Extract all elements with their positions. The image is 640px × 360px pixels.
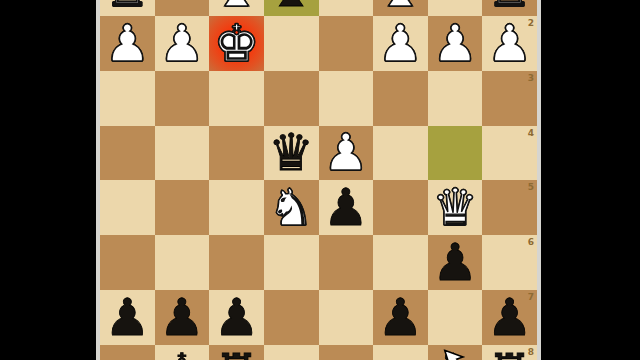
square-c6[interactable]	[373, 235, 428, 290]
square-g7[interactable]: ♟	[155, 290, 210, 345]
square-e6[interactable]	[264, 235, 319, 290]
square-h8[interactable]	[100, 345, 155, 360]
square-d2[interactable]	[319, 16, 374, 71]
left-letterbox	[0, 0, 96, 360]
white-pawn-piece: ♟	[319, 126, 374, 181]
board-frame: ♜♝♝♝♜1♟♟♚♟♟♟23♛♟4♞♟♛5♟6♟♟♟♟♟7♚♜♞♜8	[96, 0, 541, 360]
square-d3[interactable]	[319, 71, 374, 126]
white-pawn-piece: ♟	[155, 16, 210, 71]
rank-label-4: 4	[528, 128, 534, 138]
white-bishop-piece: ♝	[373, 0, 428, 16]
rank-label-8: 8	[528, 347, 534, 357]
white-pawn-piece: ♟	[100, 16, 155, 71]
white-king-piece: ♚	[209, 16, 264, 71]
black-queen-piece: ♛	[264, 126, 319, 181]
square-a2[interactable]: ♟2	[482, 16, 537, 71]
square-f5[interactable]	[209, 180, 264, 235]
square-e2[interactable]	[264, 16, 319, 71]
square-g3[interactable]	[155, 71, 210, 126]
rank-label-5: 5	[528, 182, 534, 192]
black-pawn-piece: ♟	[428, 235, 483, 290]
square-g6[interactable]	[155, 235, 210, 290]
square-f6[interactable]	[209, 235, 264, 290]
square-a3[interactable]: 3	[482, 71, 537, 126]
square-g8[interactable]: ♚	[155, 345, 210, 360]
right-letterbox	[541, 0, 640, 360]
square-e8[interactable]	[264, 345, 319, 360]
white-pawn-piece: ♟	[428, 16, 483, 71]
white-queen-piece: ♛	[428, 180, 483, 235]
black-pawn-piece: ♟	[373, 290, 428, 345]
black-pawn-piece: ♟	[319, 180, 374, 235]
chess-board: ♜♝♝♝♜1♟♟♚♟♟♟23♛♟4♞♟♛5♟6♟♟♟♟♟7♚♜♞♜8	[100, 0, 537, 360]
square-c8[interactable]	[373, 345, 428, 360]
square-c3[interactable]	[373, 71, 428, 126]
square-b5[interactable]: ♛	[428, 180, 483, 235]
square-f2[interactable]: ♚	[209, 16, 264, 71]
square-h1[interactable]: ♜	[100, 0, 155, 16]
rank-label-2: 2	[528, 18, 534, 28]
square-h4[interactable]	[100, 126, 155, 181]
square-b2[interactable]: ♟	[428, 16, 483, 71]
square-d4[interactable]: ♟	[319, 126, 374, 181]
square-f1[interactable]: ♝	[209, 0, 264, 16]
square-d8[interactable]	[319, 345, 374, 360]
square-a7[interactable]: ♟7	[482, 290, 537, 345]
square-c4[interactable]	[373, 126, 428, 181]
square-f8[interactable]: ♜	[209, 345, 264, 360]
square-h6[interactable]	[100, 235, 155, 290]
square-e1[interactable]: ♝	[264, 0, 319, 16]
square-d5[interactable]: ♟	[319, 180, 374, 235]
square-h2[interactable]: ♟	[100, 16, 155, 71]
white-pawn-piece: ♟	[373, 16, 428, 71]
black-rook-piece: ♜	[209, 345, 264, 360]
rank-label-3: 3	[528, 73, 534, 83]
square-b4[interactable]	[428, 126, 483, 181]
white-rook-piece: ♜	[482, 0, 537, 16]
square-b7[interactable]	[428, 290, 483, 345]
square-g4[interactable]	[155, 126, 210, 181]
square-c2[interactable]: ♟	[373, 16, 428, 71]
square-b8[interactable]: ♞	[428, 345, 483, 360]
square-b3[interactable]	[428, 71, 483, 126]
square-e4[interactable]: ♛	[264, 126, 319, 181]
square-a5[interactable]: 5	[482, 180, 537, 235]
square-c5[interactable]	[373, 180, 428, 235]
black-bishop-piece: ♝	[264, 0, 319, 16]
square-c7[interactable]: ♟	[373, 290, 428, 345]
black-pawn-piece: ♟	[155, 290, 210, 345]
square-h5[interactable]	[100, 180, 155, 235]
square-e3[interactable]	[264, 71, 319, 126]
square-g2[interactable]: ♟	[155, 16, 210, 71]
rank-label-7: 7	[528, 292, 534, 302]
square-d7[interactable]	[319, 290, 374, 345]
square-h7[interactable]: ♟	[100, 290, 155, 345]
square-f3[interactable]	[209, 71, 264, 126]
square-b6[interactable]: ♟	[428, 235, 483, 290]
square-a6[interactable]: 6	[482, 235, 537, 290]
square-h3[interactable]	[100, 71, 155, 126]
white-bishop-piece: ♝	[209, 0, 264, 16]
square-a4[interactable]: 4	[482, 126, 537, 181]
rank-label-6: 6	[528, 237, 534, 247]
square-b1[interactable]	[428, 0, 483, 16]
square-f4[interactable]	[209, 126, 264, 181]
square-f7[interactable]: ♟	[209, 290, 264, 345]
black-pawn-piece: ♟	[209, 290, 264, 345]
chess-board-grid: ♜♝♝♝♜1♟♟♚♟♟♟23♛♟4♞♟♛5♟6♟♟♟♟♟7♚♜♞♜8	[100, 0, 537, 360]
square-a8[interactable]: ♜8	[482, 345, 537, 360]
square-e5[interactable]: ♞	[264, 180, 319, 235]
square-c1[interactable]: ♝	[373, 0, 428, 16]
square-d1[interactable]	[319, 0, 374, 16]
square-a1[interactable]: ♜1	[482, 0, 537, 16]
square-e7[interactable]	[264, 290, 319, 345]
square-g5[interactable]	[155, 180, 210, 235]
black-king-piece: ♚	[155, 345, 210, 360]
white-rook-piece: ♜	[100, 0, 155, 16]
square-d6[interactable]	[319, 235, 374, 290]
white-knight-piece: ♞	[264, 180, 319, 235]
black-pawn-piece: ♟	[100, 290, 155, 345]
black-knight-piece: ♞	[428, 345, 483, 360]
square-g1[interactable]	[155, 0, 210, 16]
